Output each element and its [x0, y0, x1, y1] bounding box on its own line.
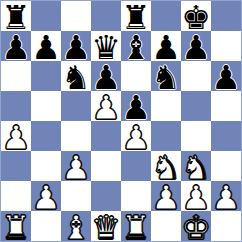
square-b7[interactable]: ♟ [31, 31, 61, 61]
square-f8[interactable] [151, 1, 181, 31]
white-pawn-piece: ♟ [61, 149, 91, 184]
black-bishop-piece: ♝ [121, 29, 151, 64]
square-g6[interactable] [181, 61, 211, 91]
square-f1[interactable] [151, 211, 181, 241]
square-b2[interactable]: ♟ [31, 181, 61, 211]
white-pawn-piece: ♟ [1, 119, 31, 154]
square-h7[interactable] [211, 31, 241, 61]
square-e1[interactable]: ♜ [121, 211, 151, 241]
square-f2[interactable]: ♟ [151, 181, 181, 211]
square-g4[interactable] [181, 121, 211, 151]
square-d3[interactable] [91, 151, 121, 181]
black-pawn-piece: ♟ [1, 29, 31, 64]
white-pawn-piece: ♟ [151, 179, 181, 214]
square-a4[interactable]: ♟ [1, 121, 31, 151]
square-d8[interactable] [91, 1, 121, 31]
square-d2[interactable] [91, 181, 121, 211]
square-e8[interactable]: ♜ [121, 1, 151, 31]
square-e6[interactable] [121, 61, 151, 91]
white-rook-piece: ♜ [121, 209, 151, 242]
square-c8[interactable] [61, 1, 91, 31]
white-bishop-piece: ♝ [61, 209, 91, 242]
square-h1[interactable] [211, 211, 241, 241]
black-knight-piece: ♞ [151, 59, 181, 94]
square-d6[interactable]: ♟ [91, 61, 121, 91]
square-a8[interactable]: ♜ [1, 1, 31, 31]
square-a7[interactable]: ♟ [1, 31, 31, 61]
white-pawn-piece: ♟ [211, 179, 241, 214]
square-h5[interactable] [211, 91, 241, 121]
square-h8[interactable] [211, 1, 241, 31]
white-king-piece: ♚ [181, 209, 211, 242]
square-b5[interactable] [31, 91, 61, 121]
white-queen-piece: ♛ [91, 209, 121, 242]
square-c7[interactable]: ♟ [61, 31, 91, 61]
chess-board: ♜♜♚♟♟♟♛♝♟♟♞♟♞♟♟♟♟♟♟♞♞♟♟♟♟♜♝♛♜♚ [0, 0, 242, 242]
square-a1[interactable]: ♜ [1, 211, 31, 241]
square-f7[interactable]: ♟ [151, 31, 181, 61]
square-c3[interactable]: ♟ [61, 151, 91, 181]
square-e4[interactable]: ♟ [121, 121, 151, 151]
square-e3[interactable] [121, 151, 151, 181]
square-b6[interactable] [31, 61, 61, 91]
square-g3[interactable]: ♞ [181, 151, 211, 181]
white-rook-piece: ♜ [1, 209, 31, 242]
square-b4[interactable] [31, 121, 61, 151]
square-b1[interactable] [31, 211, 61, 241]
square-d1[interactable]: ♛ [91, 211, 121, 241]
square-d5[interactable]: ♟ [91, 91, 121, 121]
square-c4[interactable] [61, 121, 91, 151]
square-h2[interactable]: ♟ [211, 181, 241, 211]
square-c2[interactable] [61, 181, 91, 211]
square-b8[interactable] [31, 1, 61, 31]
square-e5[interactable]: ♟ [121, 91, 151, 121]
square-g2[interactable]: ♟ [181, 181, 211, 211]
square-f3[interactable]: ♞ [151, 151, 181, 181]
square-a2[interactable] [1, 181, 31, 211]
square-f4[interactable] [151, 121, 181, 151]
square-f6[interactable]: ♞ [151, 61, 181, 91]
square-g8[interactable]: ♚ [181, 1, 211, 31]
square-h4[interactable] [211, 121, 241, 151]
square-c6[interactable]: ♞ [61, 61, 91, 91]
square-g5[interactable] [181, 91, 211, 121]
square-h6[interactable]: ♟ [211, 61, 241, 91]
square-a6[interactable] [1, 61, 31, 91]
square-g1[interactable]: ♚ [181, 211, 211, 241]
square-c5[interactable] [61, 91, 91, 121]
square-b3[interactable] [31, 151, 61, 181]
black-pawn-piece: ♟ [211, 59, 241, 94]
square-e7[interactable]: ♝ [121, 31, 151, 61]
black-pawn-piece: ♟ [31, 29, 61, 64]
square-f5[interactable] [151, 91, 181, 121]
square-g7[interactable]: ♟ [181, 31, 211, 61]
square-d4[interactable] [91, 121, 121, 151]
square-h3[interactable] [211, 151, 241, 181]
square-c1[interactable]: ♝ [61, 211, 91, 241]
square-a3[interactable] [1, 151, 31, 181]
square-a5[interactable] [1, 91, 31, 121]
white-pawn-piece: ♟ [31, 179, 61, 214]
white-pawn-piece: ♟ [121, 119, 151, 154]
white-pawn-piece: ♟ [91, 89, 121, 124]
black-pawn-piece: ♟ [181, 29, 211, 64]
black-knight-piece: ♞ [61, 59, 91, 94]
square-d7[interactable]: ♛ [91, 31, 121, 61]
square-e2[interactable] [121, 181, 151, 211]
